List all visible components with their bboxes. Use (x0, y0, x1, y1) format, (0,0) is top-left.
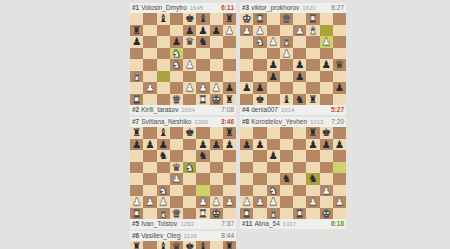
player-clock: 5:27 (331, 105, 344, 115)
board-square (306, 185, 319, 197)
board-5-block: #6Vasiliev_Oleg12168:44♜♝♛♚♝♜♟♟♟♟♟♟♟♞♞♟♟… (130, 231, 236, 249)
board-square: ♚ (183, 241, 196, 249)
board-square (253, 127, 266, 139)
board-square: ♟ (157, 196, 170, 208)
board-square: ♝ (157, 241, 170, 249)
black-queen: ♛ (183, 36, 196, 48)
board-square (157, 173, 170, 185)
board-square (320, 150, 333, 162)
board-square (293, 196, 306, 208)
board-square (223, 36, 236, 48)
board-square: ♟ (223, 139, 236, 151)
board-square: ♟ (196, 25, 209, 37)
black-pawn: ♟ (210, 139, 223, 151)
player-header-top: #8Korostelov_Yevhen10137:20 (240, 117, 346, 127)
player-tournament-rank: #11 (242, 219, 253, 229)
board-square: ♟ (306, 196, 319, 208)
board-square: ♟ (267, 36, 280, 48)
board-square (306, 162, 319, 174)
board-square (143, 59, 156, 71)
white-pawn: ♟ (183, 82, 196, 94)
board-square (130, 150, 143, 162)
last-move-square: ♟ (320, 36, 333, 48)
black-bishop: ♝ (157, 13, 170, 25)
board-square (253, 208, 266, 220)
board-square: ♟ (170, 173, 183, 185)
board-square: ♟ (143, 82, 156, 94)
board-square (196, 59, 209, 71)
board-square (240, 36, 253, 48)
board-square (293, 162, 306, 174)
board-square: ♛ (170, 162, 183, 174)
board-square: ♝ (196, 13, 209, 25)
board-square (130, 185, 143, 197)
white-pawn: ♟ (293, 25, 306, 37)
player-name[interactable]: Korostelov_Yevhen (251, 117, 307, 127)
board-square (280, 127, 293, 139)
white-pawn: ♟ (333, 196, 346, 208)
board-square (240, 59, 253, 71)
black-rook: ♜ (223, 241, 236, 249)
board-square (306, 208, 319, 220)
black-king: ♚ (320, 127, 333, 139)
player-name[interactable]: Svitlana_Neshiko (141, 117, 191, 127)
black-rook: ♜ (306, 127, 319, 139)
white-rook: ♜ (293, 208, 306, 220)
white-queen: ♛ (170, 208, 183, 220)
black-pawn: ♟ (333, 139, 346, 151)
board-square: ♞ (293, 94, 306, 106)
board-square (210, 59, 223, 71)
white-queen: ♛ (280, 13, 293, 25)
black-king: ♚ (183, 13, 196, 25)
white-king: ♚ (320, 208, 333, 220)
black-pawn: ♟ (240, 82, 253, 94)
player-tournament-rank: #8 (242, 117, 249, 127)
last-move-square (157, 71, 170, 83)
board-square (253, 71, 266, 83)
board-square (293, 127, 306, 139)
player-tournament-rank: #7 (132, 117, 139, 127)
board-square (183, 150, 196, 162)
player-tournament-rank: #3 (242, 3, 249, 13)
board-square: ♚ (183, 13, 196, 25)
board-square (320, 196, 333, 208)
board-square (280, 150, 293, 162)
black-pawn: ♟ (267, 59, 280, 71)
player-header-bottom: #4denia00716145:27 (240, 105, 346, 115)
board-square (293, 36, 306, 48)
board-square (170, 150, 183, 162)
board-square: ♜ (306, 13, 319, 25)
white-pawn: ♟ (223, 196, 236, 208)
white-pawn: ♟ (210, 196, 223, 208)
board-square (130, 82, 143, 94)
board-square: ♟ (306, 139, 319, 151)
player-name[interactable]: Vasiliev_Oleg (141, 231, 180, 241)
board-square (223, 150, 236, 162)
white-pawn: ♟ (143, 82, 156, 94)
white-rook: ♜ (306, 13, 319, 25)
board-square (240, 185, 253, 197)
board-square (280, 82, 293, 94)
white-pawn: ♟ (210, 82, 223, 94)
board-2[interactable]: ♚♜♛♜♟♟♟♝♞♟♝♟♟♟♟♟♛♟♟♟♟♟♚♝♞♜ (240, 13, 346, 105)
black-pawn: ♟ (130, 36, 143, 48)
board-square (143, 208, 156, 220)
board-square (210, 173, 223, 185)
board-square: ♛ (183, 36, 196, 48)
board-square (253, 48, 266, 60)
board-square (157, 94, 170, 106)
black-pawn: ♟ (223, 139, 236, 151)
black-pawn: ♟ (333, 82, 346, 94)
board-square (280, 25, 293, 37)
board-square (130, 59, 143, 71)
board-square (240, 71, 253, 83)
board-square: ♚ (210, 208, 223, 220)
board-square: ♜ (196, 208, 209, 220)
board-3[interactable]: ♜♝♚♜♟♟♟♟♟♟♞♞♛♞♟♞♟♟♟♟♟♟♜♝♛♜♚ (130, 127, 236, 219)
board-square: ♟ (143, 196, 156, 208)
board-4-block: #8Korostelov_Yevhen10137:20♜♚♟♟♟♟♟♟♞♞♞♟♟… (240, 117, 346, 229)
white-pawn: ♟ (196, 196, 209, 208)
board-square (210, 36, 223, 48)
black-pawn: ♟ (157, 139, 170, 151)
white-pawn: ♟ (240, 196, 253, 208)
black-pawn: ♟ (293, 59, 306, 71)
board-square: ♟ (183, 82, 196, 94)
board-square (223, 208, 236, 220)
board-square (240, 48, 253, 60)
board-square: ♜ (130, 127, 143, 139)
board-square (306, 59, 319, 71)
player-name[interactable]: denia007 (251, 105, 278, 115)
board-square (223, 48, 236, 60)
board-square: ♜ (130, 208, 143, 220)
board-square (196, 162, 209, 174)
board-square: ♟ (293, 59, 306, 71)
black-pawn: ♟ (306, 139, 319, 151)
white-bishop: ♝ (306, 25, 319, 37)
board-square: ♞ (157, 150, 170, 162)
board-square (293, 139, 306, 151)
board-square: ♝ (157, 13, 170, 25)
board-square (183, 208, 196, 220)
player-clock: 7:20 (331, 117, 344, 127)
board-square (333, 185, 346, 197)
white-pawn: ♟ (223, 25, 236, 37)
board-square: ♟ (240, 82, 253, 94)
board-square: ♟ (210, 25, 223, 37)
white-pawn: ♟ (267, 36, 280, 48)
board-square (210, 48, 223, 60)
board-square (253, 59, 266, 71)
board-square: ♜ (196, 94, 209, 106)
board-square (157, 59, 170, 71)
board-square (306, 82, 319, 94)
board-square: ♛ (170, 94, 183, 106)
board-square (333, 48, 346, 60)
board-square: ♟ (280, 48, 293, 60)
board-square: ♝ (157, 127, 170, 139)
black-pawn: ♟ (267, 71, 280, 83)
white-pawn: ♟ (320, 185, 333, 197)
board-square (170, 13, 183, 25)
board-square: ♟ (240, 196, 253, 208)
board-square (170, 127, 183, 139)
white-rook: ♜ (196, 94, 209, 106)
black-rook: ♜ (306, 94, 319, 106)
board-square (293, 173, 306, 185)
player-clock: 8:44 (221, 231, 234, 241)
player-clock: 8:27 (331, 3, 344, 13)
board-square: ♟ (196, 82, 209, 94)
white-pawn: ♟ (157, 196, 170, 208)
board-square (170, 185, 183, 197)
board-square: ♝ (196, 241, 209, 249)
white-knight: ♞ (170, 59, 183, 71)
board-square (143, 150, 156, 162)
board-square (210, 185, 223, 197)
player-name[interactable]: Ivan_Tolstov (141, 219, 177, 229)
board-square: ♝ (306, 25, 319, 37)
board-square (293, 82, 306, 94)
black-pawn: ♟ (130, 139, 143, 151)
board-square: ♞ (196, 150, 209, 162)
board-2-block: #3viktor_prokhorov16208:27♚♜♛♜♟♟♟♝♞♟♝♟♟♟… (240, 3, 346, 115)
board-square (196, 173, 209, 185)
player-header-top: #3viktor_prokhorov16208:27 (240, 3, 346, 13)
board-square (320, 48, 333, 60)
white-bishop: ♝ (267, 208, 280, 220)
player-clock: 7:37 (221, 219, 234, 229)
board-square (130, 48, 143, 60)
player-clock: 6:18 (331, 219, 344, 229)
player-header-bottom: #5Ivan_Tolstov12937:37 (130, 219, 236, 229)
board-square: ♟ (196, 196, 209, 208)
board-square (333, 127, 346, 139)
board-square (306, 71, 319, 83)
black-rook: ♜ (223, 127, 236, 139)
black-bishop: ♝ (280, 94, 293, 106)
board-square: ♚ (240, 13, 253, 25)
board-square (293, 185, 306, 197)
board-square: ♟ (196, 139, 209, 151)
player-clock: 7:08 (221, 105, 234, 115)
board-square: ♟ (223, 196, 236, 208)
black-rook: ♜ (223, 13, 236, 25)
board-square: ♟ (157, 139, 170, 151)
board-square (157, 48, 170, 60)
white-pawn: ♟ (280, 48, 293, 60)
board-square (333, 94, 346, 106)
black-queen: ♛ (333, 59, 346, 71)
black-pawn: ♟ (170, 36, 183, 48)
white-king: ♚ (210, 94, 223, 106)
board-square: ♟ (267, 196, 280, 208)
board-square (280, 208, 293, 220)
board-square: ♝ (280, 94, 293, 106)
board-square (183, 185, 196, 197)
board-1-block: #1Volosin_Dmytro16456:11♝♚♝♜♜♟♟♟♟♟♟♛♞♞♞♟… (130, 3, 236, 115)
white-queen: ♛ (170, 94, 183, 106)
board-square (143, 162, 156, 174)
player-clock: 6:11 (221, 3, 234, 13)
board-square: ♚ (253, 94, 266, 106)
board-square: ♚ (320, 208, 333, 220)
board-square (320, 13, 333, 25)
board-square (143, 13, 156, 25)
last-move-square (333, 162, 346, 174)
board-square: ♟ (253, 82, 266, 94)
black-queen: ♛ (170, 162, 183, 174)
white-knight: ♞ (157, 185, 170, 197)
board-square: ♜ (130, 25, 143, 37)
board-square (143, 241, 156, 249)
board-4[interactable]: ♜♚♟♟♟♟♟♟♞♞♞♟♟♟♟♟♟♜♝♜♚ (240, 127, 346, 219)
white-pawn: ♟ (196, 82, 209, 94)
white-knight: ♞ (253, 36, 266, 48)
player-name[interactable]: Alina_54 (255, 219, 280, 229)
board-square (183, 173, 196, 185)
board-square (143, 185, 156, 197)
player-rating: 1317 (283, 219, 296, 229)
black-queen: ♛ (170, 241, 183, 249)
board-square: ♛ (333, 59, 346, 71)
board-square (240, 150, 253, 162)
player-rating: 1013 (310, 117, 323, 127)
board-square: ♟ (183, 59, 196, 71)
board-square (267, 82, 280, 94)
board-square (306, 36, 319, 48)
board-square (143, 71, 156, 83)
board-square: ♜ (130, 94, 143, 106)
white-rook: ♜ (130, 94, 143, 106)
board-square (253, 150, 266, 162)
board-square (267, 48, 280, 60)
player-name[interactable]: viktor_prokhorov (251, 3, 299, 13)
player-rating: 2054 (181, 105, 194, 115)
board-square (157, 25, 170, 37)
white-rook: ♜ (130, 208, 143, 220)
player-rating: 1293 (180, 219, 193, 229)
board-square (183, 48, 196, 60)
player-tournament-rank: #6 (132, 231, 139, 241)
board-square (223, 71, 236, 83)
board-square (170, 139, 183, 151)
white-pawn: ♟ (240, 25, 253, 37)
white-knight: ♞ (267, 185, 280, 197)
player-tournament-rank: #4 (242, 105, 249, 115)
player-clock: 3:46 (221, 117, 234, 127)
board-square: ♝ (130, 71, 143, 83)
black-bishop: ♝ (157, 241, 170, 249)
board-square: ♟ (130, 196, 143, 208)
board-1[interactable]: ♝♚♝♜♜♟♟♟♟♟♟♛♞♞♞♟♝♟♟♟♟♟♜♛♜♚♜ (130, 13, 236, 105)
white-knight: ♞ (170, 48, 183, 60)
white-bishop: ♝ (130, 71, 143, 83)
white-pawn: ♟ (253, 25, 266, 37)
board-square (170, 25, 183, 37)
board-square (267, 25, 280, 37)
board-square: ♟ (333, 82, 346, 94)
player-header-top: #6Vasiliev_Oleg12168:44 (130, 231, 236, 241)
black-knight: ♞ (293, 94, 306, 106)
board-square: ♟ (223, 25, 236, 37)
last-move-square (196, 185, 209, 197)
board-square: ♝ (267, 208, 280, 220)
black-knight: ♞ (306, 173, 319, 185)
player-rating: 1399 (194, 117, 207, 127)
board-square (183, 196, 196, 208)
board-square: ♟ (267, 59, 280, 71)
board-5[interactable]: ♜♝♛♚♝♜♟♟♟♟♟♟♟♞♞♟♟♟♟♟♟♟♟♟♜♝♛♚♝♜ (130, 241, 236, 249)
player-rating: 1620 (302, 3, 315, 13)
board-square: ♟ (170, 36, 183, 48)
board-square: ♝ (280, 36, 293, 48)
board-square: ♜ (130, 241, 143, 249)
board-square (333, 25, 346, 37)
black-pawn: ♟ (183, 25, 196, 37)
board-square: ♟ (210, 82, 223, 94)
black-knight: ♞ (157, 150, 170, 162)
board-square: ♝ (157, 208, 170, 220)
board-square: ♟ (293, 71, 306, 83)
board-square: ♜ (223, 94, 236, 106)
board-square: ♜ (223, 13, 236, 25)
last-move-square (320, 25, 333, 37)
white-pawn: ♟ (267, 196, 280, 208)
black-pawn: ♟ (293, 71, 306, 83)
board-square (293, 48, 306, 60)
board-square: ♟ (267, 150, 280, 162)
board-square (267, 139, 280, 151)
board-square: ♛ (280, 13, 293, 25)
board-square (293, 150, 306, 162)
player-rating: 1614 (281, 105, 294, 115)
white-pawn: ♟ (306, 196, 319, 208)
board-square (143, 25, 156, 37)
board-square (333, 36, 346, 48)
white-knight: ♞ (183, 162, 196, 174)
black-rook: ♜ (223, 94, 236, 106)
white-pawn: ♟ (253, 196, 266, 208)
board-square (210, 150, 223, 162)
board-square (183, 139, 196, 151)
board-square (267, 162, 280, 174)
black-pawn: ♟ (196, 25, 209, 37)
black-pawn: ♟ (223, 82, 236, 94)
board-square: ♛ (170, 241, 183, 249)
board-square (196, 71, 209, 83)
board-square (293, 13, 306, 25)
black-pawn: ♟ (196, 139, 209, 151)
player-name[interactable]: Kirill_tarasov (141, 105, 178, 115)
white-bishop: ♝ (157, 208, 170, 220)
black-knight: ♞ (196, 150, 209, 162)
board-square (143, 94, 156, 106)
black-rook: ♜ (130, 25, 143, 37)
board-square (196, 48, 209, 60)
black-knight: ♞ (196, 36, 209, 48)
board-square (333, 150, 346, 162)
player-name[interactable]: Volosin_Dmytro (141, 3, 187, 13)
board-square (130, 162, 143, 174)
board-square: ♟ (183, 25, 196, 37)
black-bishop: ♝ (196, 13, 209, 25)
board-square: ♞ (253, 36, 266, 48)
